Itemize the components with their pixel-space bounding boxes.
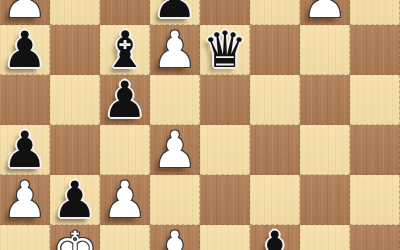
square-g6[interactable] <box>300 25 350 75</box>
square-b5[interactable] <box>50 75 100 125</box>
square-e4[interactable] <box>200 125 250 175</box>
square-b6[interactable] <box>50 25 100 75</box>
square-f3[interactable] <box>250 175 300 225</box>
square-h5[interactable] <box>350 75 400 125</box>
square-g5[interactable] <box>300 75 350 125</box>
square-e2[interactable] <box>200 225 250 250</box>
black-queen-e6[interactable]: ♛ <box>200 25 250 75</box>
square-g2[interactable] <box>300 225 350 250</box>
square-h2[interactable] <box>350 225 400 250</box>
black-pawn-a6[interactable]: ♟ <box>0 25 50 75</box>
square-e5[interactable] <box>200 75 250 125</box>
black-pawn-f2[interactable]: ♟ <box>250 225 300 250</box>
square-d5[interactable] <box>150 75 200 125</box>
square-f7[interactable] <box>250 0 300 25</box>
square-d3[interactable] <box>150 175 200 225</box>
black-pawn-a4[interactable]: ♟ <box>0 125 50 175</box>
square-g3[interactable] <box>300 175 350 225</box>
square-h6[interactable] <box>350 25 400 75</box>
chess-board: ♟♟♟♟♝♟♛♟♟♟♟♟♟♚♟♟ <box>0 0 400 250</box>
white-pawn-d6[interactable]: ♟ <box>150 25 200 75</box>
square-g4[interactable] <box>300 125 350 175</box>
square-c4[interactable] <box>100 125 150 175</box>
white-pawn-c3[interactable]: ♟ <box>100 175 150 225</box>
square-b7[interactable] <box>50 0 100 25</box>
white-pawn-g7[interactable]: ♟ <box>300 0 350 25</box>
black-bishop-c6[interactable]: ♝ <box>100 25 150 75</box>
square-h3[interactable] <box>350 175 400 225</box>
black-pawn-b3[interactable]: ♟ <box>50 175 100 225</box>
square-h7[interactable] <box>350 0 400 25</box>
square-f5[interactable] <box>250 75 300 125</box>
white-king-b2[interactable]: ♚ <box>50 225 100 250</box>
square-b4[interactable] <box>50 125 100 175</box>
square-f4[interactable] <box>250 125 300 175</box>
black-pawn-c5[interactable]: ♟ <box>100 75 150 125</box>
white-pawn-d4[interactable]: ♟ <box>150 125 200 175</box>
square-a5[interactable] <box>0 75 50 125</box>
white-pawn-a3[interactable]: ♟ <box>0 175 50 225</box>
square-e3[interactable] <box>200 175 250 225</box>
square-h4[interactable] <box>350 125 400 175</box>
square-f6[interactable] <box>250 25 300 75</box>
white-pawn-d2[interactable]: ♟ <box>150 225 200 250</box>
